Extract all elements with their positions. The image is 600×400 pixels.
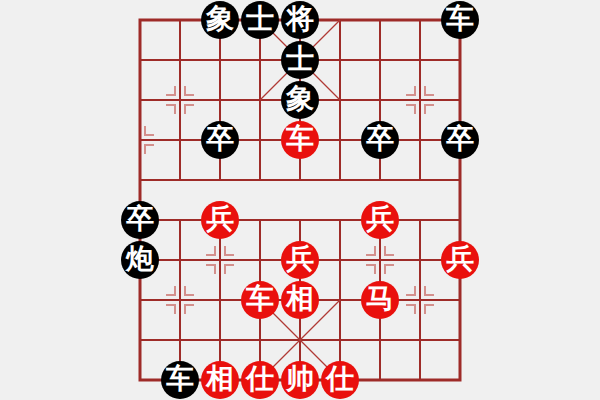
point-f0-r0[interactable] bbox=[120, 0, 160, 40]
piece-black-soldier[interactable]: 卒 bbox=[121, 201, 159, 239]
point-f6-r0[interactable] bbox=[360, 0, 400, 40]
point-f6-r2[interactable] bbox=[360, 80, 400, 120]
point-f2-r8[interactable] bbox=[200, 320, 240, 360]
piece-glyph: 车 bbox=[166, 365, 194, 393]
point-f8-r8[interactable] bbox=[440, 320, 480, 360]
piece-glyph: 卒 bbox=[206, 125, 234, 153]
piece-glyph: 车 bbox=[246, 285, 274, 313]
piece-glyph: 兵 bbox=[366, 205, 394, 233]
piece-glyph: 帅 bbox=[286, 365, 314, 393]
point-f0-r8[interactable] bbox=[120, 320, 160, 360]
point-f2-r2[interactable] bbox=[200, 80, 240, 120]
point-f1-r3[interactable] bbox=[160, 120, 200, 160]
point-f0-r4[interactable] bbox=[120, 160, 160, 200]
piece-black-soldier[interactable]: 卒 bbox=[441, 121, 479, 159]
piece-glyph: 仕 bbox=[246, 365, 274, 393]
piece-black-soldier[interactable]: 卒 bbox=[361, 121, 399, 159]
point-f1-r2[interactable] bbox=[160, 80, 200, 120]
point-f7-r4[interactable] bbox=[400, 160, 440, 200]
point-f6-r8[interactable] bbox=[360, 320, 400, 360]
point-f1-r0[interactable] bbox=[160, 0, 200, 40]
xiangqi-board: 象士将车士象卒车卒卒卒兵兵炮兵兵车相马车相仕帅仕 bbox=[0, 0, 600, 400]
board-grid: 象士将车士象卒车卒卒卒兵兵炮兵兵车相马车相仕帅仕 bbox=[120, 0, 480, 400]
piece-glyph: 相 bbox=[286, 285, 314, 313]
piece-black-chariot[interactable]: 车 bbox=[161, 361, 199, 399]
point-f1-r9[interactable]: 车 bbox=[160, 360, 200, 400]
point-f0-r5[interactable]: 卒 bbox=[120, 200, 160, 240]
point-f5-r6[interactable] bbox=[320, 240, 360, 280]
piece-black-general[interactable]: 将 bbox=[281, 1, 319, 39]
point-f3-r2[interactable] bbox=[240, 80, 280, 120]
piece-red-soldier[interactable]: 兵 bbox=[441, 241, 479, 279]
piece-glyph: 士 bbox=[286, 45, 314, 73]
piece-red-general[interactable]: 帅 bbox=[281, 361, 319, 399]
point-f2-r5[interactable]: 兵 bbox=[200, 200, 240, 240]
point-f4-r8[interactable] bbox=[280, 320, 320, 360]
piece-black-advisor[interactable]: 士 bbox=[241, 1, 279, 39]
point-f8-r9[interactable] bbox=[440, 360, 480, 400]
point-f3-r4[interactable] bbox=[240, 160, 280, 200]
piece-glyph: 炮 bbox=[126, 245, 154, 273]
point-f0-r1[interactable] bbox=[120, 40, 160, 80]
point-f4-r6[interactable]: 兵 bbox=[280, 240, 320, 280]
point-f2-r0[interactable]: 象 bbox=[200, 0, 240, 40]
piece-glyph: 兵 bbox=[206, 205, 234, 233]
point-f7-r8[interactable] bbox=[400, 320, 440, 360]
piece-glyph: 象 bbox=[206, 5, 234, 33]
point-f8-r5[interactable] bbox=[440, 200, 480, 240]
point-f4-r1[interactable]: 士 bbox=[280, 40, 320, 80]
piece-glyph: 象 bbox=[286, 85, 314, 113]
point-f2-r9[interactable]: 相 bbox=[200, 360, 240, 400]
point-f7-r0[interactable] bbox=[400, 0, 440, 40]
point-f0-r3[interactable] bbox=[120, 120, 160, 160]
piece-glyph: 马 bbox=[366, 285, 394, 313]
piece-red-soldier[interactable]: 兵 bbox=[361, 201, 399, 239]
piece-glyph: 车 bbox=[286, 125, 314, 153]
point-f1-r4[interactable] bbox=[160, 160, 200, 200]
piece-red-advisor[interactable]: 仕 bbox=[241, 361, 279, 399]
piece-black-advisor[interactable]: 士 bbox=[281, 41, 319, 79]
piece-red-elephant[interactable]: 相 bbox=[281, 281, 319, 319]
piece-black-elephant[interactable]: 象 bbox=[201, 1, 239, 39]
point-f6-r7[interactable]: 马 bbox=[360, 280, 400, 320]
point-f6-r3[interactable]: 卒 bbox=[360, 120, 400, 160]
point-f8-r6[interactable]: 兵 bbox=[440, 240, 480, 280]
point-f5-r4[interactable] bbox=[320, 160, 360, 200]
point-f7-r7[interactable] bbox=[400, 280, 440, 320]
piece-red-horse[interactable]: 马 bbox=[361, 281, 399, 319]
point-f5-r9[interactable]: 仕 bbox=[320, 360, 360, 400]
point-f6-r9[interactable] bbox=[360, 360, 400, 400]
point-f0-r2[interactable] bbox=[120, 80, 160, 120]
piece-black-elephant[interactable]: 象 bbox=[281, 81, 319, 119]
point-f6-r4[interactable] bbox=[360, 160, 400, 200]
piece-glyph: 相 bbox=[206, 365, 234, 393]
point-f4-r9[interactable]: 帅 bbox=[280, 360, 320, 400]
piece-glyph: 兵 bbox=[446, 245, 474, 273]
point-f5-r5[interactable] bbox=[320, 200, 360, 240]
point-f5-r3[interactable] bbox=[320, 120, 360, 160]
point-f7-r1[interactable] bbox=[400, 40, 440, 80]
point-f2-r6[interactable] bbox=[200, 240, 240, 280]
point-f0-r6[interactable]: 炮 bbox=[120, 240, 160, 280]
point-f2-r7[interactable] bbox=[200, 280, 240, 320]
point-f3-r8[interactable] bbox=[240, 320, 280, 360]
piece-black-soldier[interactable]: 卒 bbox=[201, 121, 239, 159]
point-f4-r2[interactable]: 象 bbox=[280, 80, 320, 120]
point-f5-r1[interactable] bbox=[320, 40, 360, 80]
piece-red-chariot[interactable]: 车 bbox=[241, 281, 279, 319]
piece-glyph: 车 bbox=[446, 5, 474, 33]
point-f0-r7[interactable] bbox=[120, 280, 160, 320]
point-f7-r5[interactable] bbox=[400, 200, 440, 240]
piece-black-chariot[interactable]: 车 bbox=[441, 1, 479, 39]
point-f4-r7[interactable]: 相 bbox=[280, 280, 320, 320]
point-f2-r1[interactable] bbox=[200, 40, 240, 80]
piece-glyph: 卒 bbox=[126, 205, 154, 233]
point-f3-r6[interactable] bbox=[240, 240, 280, 280]
point-f8-r0[interactable]: 车 bbox=[440, 0, 480, 40]
piece-glyph: 将 bbox=[286, 5, 314, 33]
piece-red-chariot[interactable]: 车 bbox=[281, 121, 319, 159]
point-f2-r4[interactable] bbox=[200, 160, 240, 200]
piece-red-soldier[interactable]: 兵 bbox=[201, 201, 239, 239]
point-f1-r6[interactable] bbox=[160, 240, 200, 280]
piece-glyph: 卒 bbox=[446, 125, 474, 153]
point-f8-r4[interactable] bbox=[440, 160, 480, 200]
point-f4-r3[interactable]: 车 bbox=[280, 120, 320, 160]
point-f3-r7[interactable]: 车 bbox=[240, 280, 280, 320]
point-f5-r2[interactable] bbox=[320, 80, 360, 120]
point-f4-r4[interactable] bbox=[280, 160, 320, 200]
piece-red-soldier[interactable]: 兵 bbox=[281, 241, 319, 279]
point-f7-r3[interactable] bbox=[400, 120, 440, 160]
point-f7-r6[interactable] bbox=[400, 240, 440, 280]
point-f5-r8[interactable] bbox=[320, 320, 360, 360]
piece-glyph: 士 bbox=[246, 5, 274, 33]
point-f7-r9[interactable] bbox=[400, 360, 440, 400]
point-f8-r7[interactable] bbox=[440, 280, 480, 320]
piece-red-elephant[interactable]: 相 bbox=[201, 361, 239, 399]
point-f4-r0[interactable]: 将 bbox=[280, 0, 320, 40]
point-f6-r5[interactable]: 兵 bbox=[360, 200, 400, 240]
point-f3-r3[interactable] bbox=[240, 120, 280, 160]
piece-black-cannon[interactable]: 炮 bbox=[121, 241, 159, 279]
point-f1-r8[interactable] bbox=[160, 320, 200, 360]
point-f6-r6[interactable] bbox=[360, 240, 400, 280]
point-f5-r7[interactable] bbox=[320, 280, 360, 320]
point-f7-r2[interactable] bbox=[400, 80, 440, 120]
point-f4-r5[interactable] bbox=[280, 200, 320, 240]
point-f3-r9[interactable]: 仕 bbox=[240, 360, 280, 400]
point-f1-r1[interactable] bbox=[160, 40, 200, 80]
piece-glyph: 兵 bbox=[286, 245, 314, 273]
point-f6-r1[interactable] bbox=[360, 40, 400, 80]
piece-glyph: 卒 bbox=[366, 125, 394, 153]
point-f8-r1[interactable] bbox=[440, 40, 480, 80]
point-f3-r1[interactable] bbox=[240, 40, 280, 80]
point-f2-r3[interactable]: 卒 bbox=[200, 120, 240, 160]
point-f5-r0[interactable] bbox=[320, 0, 360, 40]
piece-red-advisor[interactable]: 仕 bbox=[321, 361, 359, 399]
point-f1-r5[interactable] bbox=[160, 200, 200, 240]
point-f1-r7[interactable] bbox=[160, 280, 200, 320]
point-f0-r9[interactable] bbox=[120, 360, 160, 400]
point-f3-r0[interactable]: 士 bbox=[240, 0, 280, 40]
piece-glyph: 仕 bbox=[326, 365, 354, 393]
point-f3-r5[interactable] bbox=[240, 200, 280, 240]
point-f8-r3[interactable]: 卒 bbox=[440, 120, 480, 160]
point-f8-r2[interactable] bbox=[440, 80, 480, 120]
